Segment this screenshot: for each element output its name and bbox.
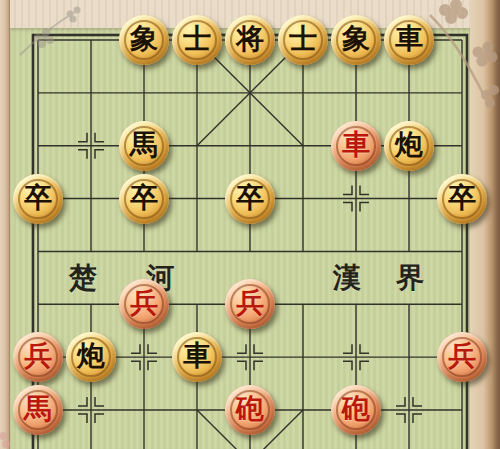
piece-face: 車 bbox=[336, 126, 376, 166]
piece-black-elephant[interactable]: 象 bbox=[331, 15, 381, 65]
piece-red-soldier[interactable]: 兵 bbox=[437, 332, 487, 382]
river-label: 楚 bbox=[61, 259, 105, 297]
piece-face: 炮 bbox=[389, 126, 429, 166]
piece-black-cannon[interactable]: 炮 bbox=[66, 332, 116, 382]
piece-glyph: 将 bbox=[236, 25, 264, 53]
piece-face: 兵 bbox=[442, 337, 482, 377]
piece-glyph: 車 bbox=[395, 25, 423, 53]
piece-face: 砲 bbox=[336, 390, 376, 430]
piece-glyph: 卒 bbox=[130, 184, 158, 212]
piece-face: 卒 bbox=[230, 179, 270, 219]
piece-face: 卒 bbox=[18, 179, 58, 219]
piece-glyph: 象 bbox=[342, 25, 370, 53]
piece-glyph: 卒 bbox=[236, 184, 264, 212]
piece-face: 士 bbox=[283, 20, 323, 60]
piece-black-advisor[interactable]: 士 bbox=[172, 15, 222, 65]
piece-face: 士 bbox=[177, 20, 217, 60]
piece-glyph: 炮 bbox=[395, 131, 423, 159]
piece-black-soldier[interactable]: 卒 bbox=[437, 174, 487, 224]
piece-glyph: 砲 bbox=[342, 395, 370, 423]
piece-black-chariot[interactable]: 車 bbox=[384, 15, 434, 65]
piece-face: 将 bbox=[230, 20, 270, 60]
piece-glyph: 兵 bbox=[448, 342, 476, 370]
piece-black-chariot[interactable]: 車 bbox=[172, 332, 222, 382]
piece-glyph: 炮 bbox=[77, 342, 105, 370]
piece-red-cannon[interactable]: 砲 bbox=[225, 385, 275, 435]
piece-glyph: 卒 bbox=[24, 184, 52, 212]
piece-face: 象 bbox=[124, 20, 164, 60]
piece-red-soldier[interactable]: 兵 bbox=[119, 279, 169, 329]
piece-black-general[interactable]: 将 bbox=[225, 15, 275, 65]
piece-red-horse[interactable]: 馬 bbox=[13, 385, 63, 435]
piece-glyph: 砲 bbox=[236, 395, 264, 423]
piece-glyph: 車 bbox=[342, 131, 370, 159]
piece-glyph: 士 bbox=[183, 25, 211, 53]
piece-face: 車 bbox=[177, 337, 217, 377]
piece-glyph: 兵 bbox=[130, 289, 158, 317]
piece-black-cannon[interactable]: 炮 bbox=[384, 121, 434, 171]
piece-face: 馬 bbox=[124, 126, 164, 166]
piece-red-cannon[interactable]: 砲 bbox=[331, 385, 381, 435]
board-grid bbox=[0, 0, 500, 449]
piece-face: 砲 bbox=[230, 390, 270, 430]
piece-face: 馬 bbox=[18, 390, 58, 430]
piece-glyph: 兵 bbox=[24, 342, 52, 370]
piece-black-soldier[interactable]: 卒 bbox=[13, 174, 63, 224]
piece-face: 兵 bbox=[230, 284, 270, 324]
piece-glyph: 車 bbox=[183, 342, 211, 370]
piece-face: 象 bbox=[336, 20, 376, 60]
piece-black-soldier[interactable]: 卒 bbox=[225, 174, 275, 224]
river-label: 漢 bbox=[325, 259, 369, 297]
piece-face: 卒 bbox=[124, 179, 164, 219]
piece-glyph: 馬 bbox=[130, 131, 158, 159]
piece-face: 車 bbox=[389, 20, 429, 60]
piece-black-advisor[interactable]: 士 bbox=[278, 15, 328, 65]
piece-glyph: 象 bbox=[130, 25, 158, 53]
piece-face: 炮 bbox=[71, 337, 111, 377]
piece-face: 兵 bbox=[18, 337, 58, 377]
piece-red-soldier[interactable]: 兵 bbox=[225, 279, 275, 329]
piece-black-soldier[interactable]: 卒 bbox=[119, 174, 169, 224]
piece-glyph: 士 bbox=[289, 25, 317, 53]
piece-face: 卒 bbox=[442, 179, 482, 219]
piece-black-elephant[interactable]: 象 bbox=[119, 15, 169, 65]
xiangqi-game-screen: 楚河漢界 象士将士象車馬車炮卒卒卒卒兵兵兵炮車兵馬砲砲 bbox=[0, 0, 500, 449]
river-label: 界 bbox=[388, 259, 432, 297]
piece-black-horse[interactable]: 馬 bbox=[119, 121, 169, 171]
piece-glyph: 兵 bbox=[236, 289, 264, 317]
piece-glyph: 卒 bbox=[448, 184, 476, 212]
piece-glyph: 馬 bbox=[24, 395, 52, 423]
piece-red-soldier[interactable]: 兵 bbox=[13, 332, 63, 382]
piece-red-chariot[interactable]: 車 bbox=[331, 121, 381, 171]
piece-face: 兵 bbox=[124, 284, 164, 324]
